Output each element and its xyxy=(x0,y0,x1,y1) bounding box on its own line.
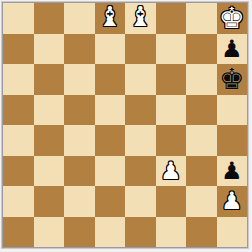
square-f4[interactable] xyxy=(156,125,187,156)
square-h8[interactable]: ♚ xyxy=(217,3,248,34)
square-f7[interactable] xyxy=(156,34,187,65)
square-h7[interactable]: ♟ xyxy=(217,34,248,65)
square-f1[interactable] xyxy=(156,217,187,248)
square-e4[interactable] xyxy=(125,125,156,156)
square-d4[interactable] xyxy=(95,125,126,156)
square-h6[interactable]: ♚ xyxy=(217,64,248,95)
square-g2[interactable] xyxy=(186,186,217,217)
square-a4[interactable] xyxy=(3,125,34,156)
square-b4[interactable] xyxy=(34,125,65,156)
square-e1[interactable] xyxy=(125,217,156,248)
square-g6[interactable] xyxy=(186,64,217,95)
square-c5[interactable] xyxy=(64,95,95,126)
piece-black-pawn-h7[interactable]: ♟ xyxy=(221,37,243,61)
square-g1[interactable] xyxy=(186,217,217,248)
square-g7[interactable] xyxy=(186,34,217,65)
square-b5[interactable] xyxy=(34,95,65,126)
piece-black-pawn-h3[interactable]: ♟ xyxy=(221,159,243,183)
square-b7[interactable] xyxy=(34,34,65,65)
square-c6[interactable] xyxy=(64,64,95,95)
square-b6[interactable] xyxy=(34,64,65,95)
square-g8[interactable] xyxy=(186,3,217,34)
square-h4[interactable] xyxy=(217,125,248,156)
board-frame: ♝♝♚♟♚♟♟♟ xyxy=(2,2,248,248)
square-e2[interactable] xyxy=(125,186,156,217)
square-c4[interactable] xyxy=(64,125,95,156)
square-f5[interactable] xyxy=(156,95,187,126)
window-background: { "game": "chess", "position": "3BB2K/7p… xyxy=(0,0,252,252)
square-f6[interactable] xyxy=(156,64,187,95)
square-c8[interactable] xyxy=(64,3,95,34)
square-e5[interactable] xyxy=(125,95,156,126)
square-f2[interactable] xyxy=(156,186,187,217)
square-c7[interactable] xyxy=(64,34,95,65)
square-h5[interactable] xyxy=(217,95,248,126)
square-a8[interactable] xyxy=(3,3,34,34)
square-d6[interactable] xyxy=(95,64,126,95)
square-b8[interactable] xyxy=(34,3,65,34)
square-d2[interactable] xyxy=(95,186,126,217)
square-c1[interactable] xyxy=(64,217,95,248)
square-h3[interactable]: ♟ xyxy=(217,156,248,187)
square-f3[interactable]: ♟ xyxy=(156,156,187,187)
square-e8[interactable]: ♝ xyxy=(125,3,156,34)
square-a6[interactable] xyxy=(3,64,34,95)
square-e3[interactable] xyxy=(125,156,156,187)
chess-board: ♝♝♚♟♚♟♟♟ xyxy=(3,3,247,247)
square-b1[interactable] xyxy=(34,217,65,248)
square-e6[interactable] xyxy=(125,64,156,95)
square-h2[interactable]: ♟ xyxy=(217,186,248,217)
square-g4[interactable] xyxy=(186,125,217,156)
square-b3[interactable] xyxy=(34,156,65,187)
square-a3[interactable] xyxy=(3,156,34,187)
square-e7[interactable] xyxy=(125,34,156,65)
square-d1[interactable] xyxy=(95,217,126,248)
piece-white-pawn-h2[interactable]: ♟ xyxy=(221,189,243,213)
piece-white-bishop-d8[interactable]: ♝ xyxy=(98,3,122,30)
piece-black-king-h6[interactable]: ♚ xyxy=(219,65,245,94)
square-d7[interactable] xyxy=(95,34,126,65)
square-g5[interactable] xyxy=(186,95,217,126)
square-a1[interactable] xyxy=(3,217,34,248)
piece-white-king-h8[interactable]: ♚ xyxy=(219,4,245,33)
square-b2[interactable] xyxy=(34,186,65,217)
square-a5[interactable] xyxy=(3,95,34,126)
square-g3[interactable] xyxy=(186,156,217,187)
square-d3[interactable] xyxy=(95,156,126,187)
square-d5[interactable] xyxy=(95,95,126,126)
square-a7[interactable] xyxy=(3,34,34,65)
square-h1[interactable] xyxy=(217,217,248,248)
piece-white-bishop-e8[interactable]: ♝ xyxy=(128,3,152,30)
square-c2[interactable] xyxy=(64,186,95,217)
square-a2[interactable] xyxy=(3,186,34,217)
square-d8[interactable]: ♝ xyxy=(95,3,126,34)
piece-white-pawn-f3[interactable]: ♟ xyxy=(160,159,182,183)
square-f8[interactable] xyxy=(156,3,187,34)
square-c3[interactable] xyxy=(64,156,95,187)
